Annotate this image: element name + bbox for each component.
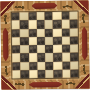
board-grid [12, 12, 79, 79]
square-d2[interactable] [37, 61, 45, 69]
square-g7[interactable] [61, 20, 69, 28]
square-b2[interactable] [20, 62, 28, 70]
red-lens-inlay-left [2, 28, 8, 62]
square-b5[interactable] [20, 37, 28, 45]
square-b3[interactable] [20, 53, 28, 61]
square-e3[interactable] [45, 53, 53, 61]
square-f1[interactable] [54, 70, 62, 78]
square-g8[interactable] [61, 12, 69, 20]
board-photo [0, 0, 90, 90]
red-lens-inlay-bottom [29, 81, 63, 87]
square-c4[interactable] [29, 45, 37, 53]
square-h1[interactable] [70, 69, 78, 77]
square-c2[interactable] [29, 62, 37, 70]
square-e4[interactable] [45, 45, 53, 53]
chessboard [0, 0, 89, 89]
square-d7[interactable] [36, 20, 44, 28]
square-h2[interactable] [70, 61, 78, 69]
square-a7[interactable] [12, 21, 20, 29]
square-g5[interactable] [61, 36, 69, 44]
square-a2[interactable] [12, 62, 20, 70]
square-f6[interactable] [53, 28, 61, 36]
square-f3[interactable] [53, 53, 61, 61]
square-e8[interactable] [45, 12, 53, 20]
square-c1[interactable] [29, 70, 37, 78]
square-d3[interactable] [37, 53, 45, 61]
square-e2[interactable] [45, 61, 53, 69]
square-a3[interactable] [12, 54, 20, 62]
square-a1[interactable] [12, 70, 20, 78]
square-e5[interactable] [45, 37, 53, 45]
square-g3[interactable] [62, 53, 70, 61]
square-h8[interactable] [69, 12, 77, 20]
square-c3[interactable] [29, 53, 37, 61]
leaf-inlay-top-right [62, 4, 72, 8]
square-c7[interactable] [28, 20, 36, 28]
square-b8[interactable] [20, 12, 28, 20]
leaf-inlay-top-left [14, 5, 24, 9]
square-b4[interactable] [20, 45, 28, 53]
square-g4[interactable] [61, 45, 69, 53]
square-a8[interactable] [12, 12, 20, 20]
square-e7[interactable] [45, 20, 53, 28]
red-lens-inlay-right [81, 26, 87, 60]
red-lens-inlay-top [31, 2, 57, 9]
square-g2[interactable] [62, 61, 70, 69]
square-a4[interactable] [12, 45, 20, 53]
square-h5[interactable] [70, 36, 78, 44]
square-b1[interactable] [21, 70, 29, 78]
square-h6[interactable] [70, 28, 78, 36]
square-a6[interactable] [12, 29, 20, 37]
square-f8[interactable] [53, 12, 61, 20]
square-f5[interactable] [53, 37, 61, 45]
square-f7[interactable] [53, 20, 61, 28]
square-g6[interactable] [61, 28, 69, 36]
square-c5[interactable] [28, 37, 36, 45]
square-b7[interactable] [20, 20, 28, 28]
square-h7[interactable] [69, 20, 77, 28]
square-e1[interactable] [45, 70, 53, 78]
square-c8[interactable] [28, 12, 36, 20]
square-g1[interactable] [62, 69, 70, 77]
square-e6[interactable] [45, 28, 53, 36]
square-f4[interactable] [53, 45, 61, 53]
square-a5[interactable] [12, 37, 20, 45]
square-d5[interactable] [37, 37, 45, 45]
square-c6[interactable] [28, 29, 36, 37]
square-f2[interactable] [53, 61, 61, 69]
square-d4[interactable] [37, 45, 45, 53]
square-h4[interactable] [70, 45, 78, 53]
square-h3[interactable] [70, 53, 78, 61]
square-d8[interactable] [36, 12, 44, 20]
square-d1[interactable] [37, 70, 45, 78]
square-d6[interactable] [37, 29, 45, 37]
square-b6[interactable] [20, 29, 28, 37]
